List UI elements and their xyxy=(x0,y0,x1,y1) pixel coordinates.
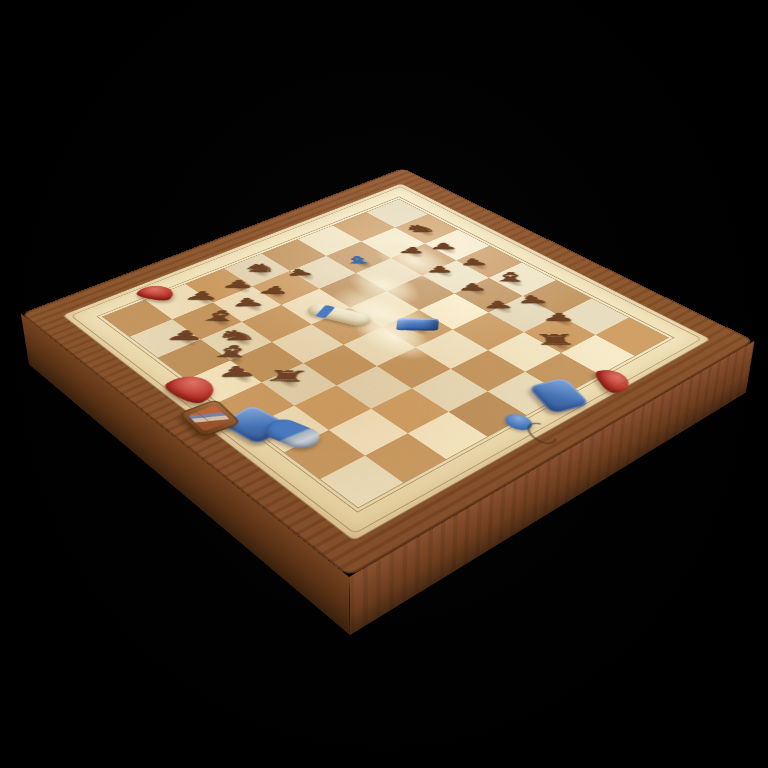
board-plate: ♞♟♟♟♟♝♟♟♟♟♜♝♟♞♟♟♟♟♝♞♟♝♟♜ xyxy=(62,183,711,541)
board-frame: ♞♟♟♟♟♝♟♟♟♟♜♝♟♞♟♟♟♟♝♞♟♝♟♜ xyxy=(21,168,755,577)
pawn-glyph: ♟ xyxy=(454,299,543,309)
square-e1[interactable] xyxy=(218,382,294,426)
square-f5[interactable] xyxy=(416,330,489,369)
pawn-glyph: ♟ xyxy=(430,282,517,292)
square-d3[interactable] xyxy=(272,324,344,363)
square-g2[interactable] xyxy=(329,409,408,456)
square-g1[interactable] xyxy=(284,430,365,479)
square-g3[interactable] xyxy=(371,388,448,433)
square-h2[interactable] xyxy=(365,433,446,482)
square-h5[interactable] xyxy=(488,372,564,415)
square-h6[interactable] xyxy=(525,353,600,394)
square-e4[interactable] xyxy=(343,327,415,366)
square-e3[interactable] xyxy=(303,345,376,386)
chessboard-scene: ♞♟♟♟♟♝♟♟♟♟♜♝♟♞♟♟♟♟♝♞♟♝♟♜ xyxy=(0,0,768,768)
square-f1[interactable] xyxy=(250,406,328,453)
blue-cube xyxy=(396,318,439,331)
pawn-glyph: ♟ xyxy=(514,311,604,324)
square-d2[interactable] xyxy=(230,342,303,382)
square-e2[interactable] xyxy=(262,363,337,405)
square-f2[interactable] xyxy=(294,385,371,430)
square-h4[interactable] xyxy=(449,391,527,436)
bishop-glyph: ♝ xyxy=(315,254,401,265)
square-h7[interactable] xyxy=(561,335,634,375)
bishop-glyph: ♝ xyxy=(172,308,267,324)
square-g4[interactable] xyxy=(412,369,488,412)
square-f3[interactable] xyxy=(336,366,411,409)
square-h1[interactable] xyxy=(320,456,403,508)
chess-board: ♞♟♟♟♟♝♟♟♟♟♜♝♟♞♟♟♟♟♝♞♟♝♟♜ xyxy=(21,168,755,577)
square-d1[interactable] xyxy=(187,360,261,402)
square-f4[interactable] xyxy=(377,347,451,388)
square-h3[interactable] xyxy=(408,412,487,459)
square-g5[interactable] xyxy=(451,350,525,391)
